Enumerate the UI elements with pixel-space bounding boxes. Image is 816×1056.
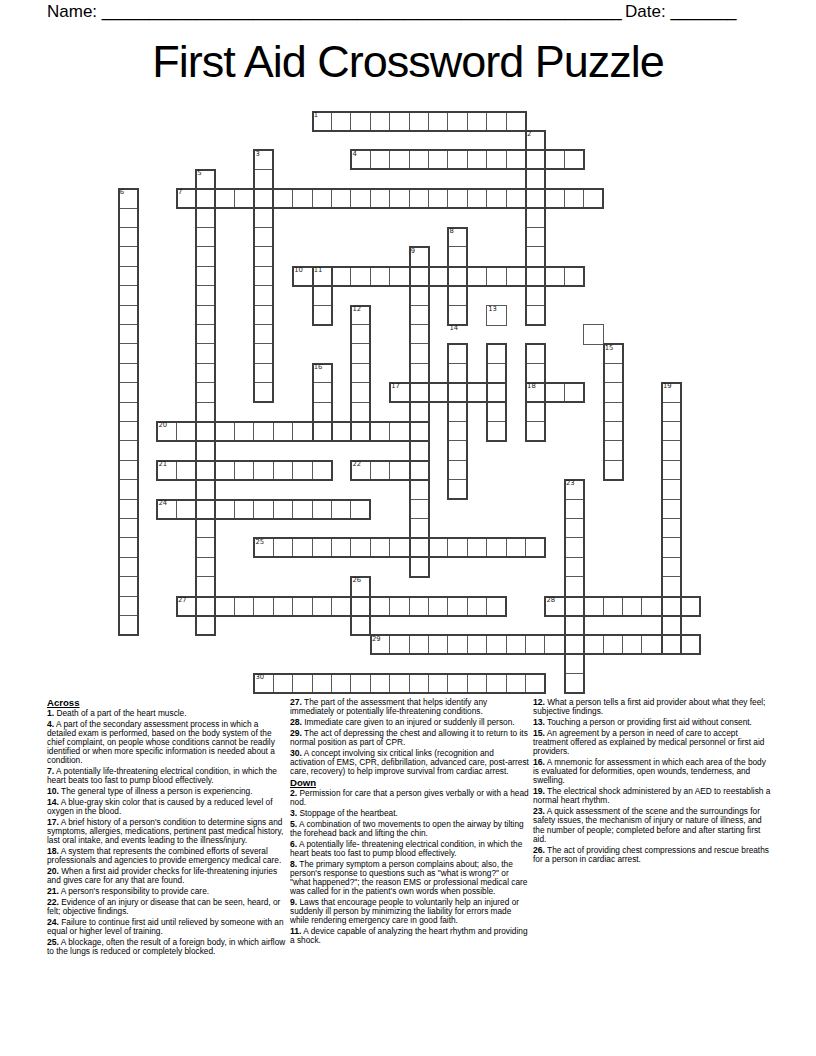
grid-cell[interactable] bbox=[118, 246, 139, 267]
grid-cell[interactable] bbox=[370, 673, 391, 694]
grid-cell[interactable] bbox=[661, 421, 682, 442]
grid-cell[interactable] bbox=[350, 673, 371, 694]
grid-cell[interactable] bbox=[409, 440, 430, 461]
grid-cell[interactable] bbox=[331, 499, 352, 520]
grid-cell[interactable] bbox=[409, 363, 430, 384]
grid-cell[interactable] bbox=[447, 402, 468, 423]
grid-cell[interactable] bbox=[564, 266, 585, 287]
grid-cell[interactable] bbox=[253, 188, 274, 209]
grid-cell[interactable] bbox=[409, 266, 430, 287]
grid-cell[interactable] bbox=[331, 421, 352, 442]
grid-cell[interactable] bbox=[525, 169, 546, 190]
grid-cell[interactable] bbox=[350, 266, 371, 287]
grid-cell[interactable] bbox=[622, 596, 643, 617]
grid-cell[interactable] bbox=[350, 596, 371, 617]
grid-cell[interactable] bbox=[389, 149, 410, 170]
grid-cell[interactable] bbox=[409, 382, 430, 403]
grid-cell[interactable] bbox=[118, 343, 139, 364]
grid-cell[interactable] bbox=[118, 537, 139, 558]
grid-cell[interactable] bbox=[253, 169, 274, 190]
grid-cell[interactable] bbox=[661, 576, 682, 597]
grid-cell[interactable] bbox=[428, 188, 449, 209]
grid-cell[interactable] bbox=[118, 460, 139, 481]
grid-cell[interactable] bbox=[661, 518, 682, 539]
grid-cell[interactable] bbox=[234, 499, 255, 520]
grid-cell[interactable] bbox=[506, 266, 527, 287]
grid-cell[interactable] bbox=[370, 421, 391, 442]
grid-cell[interactable] bbox=[234, 596, 255, 617]
grid-cell[interactable] bbox=[292, 673, 313, 694]
grid-cell[interactable] bbox=[273, 596, 294, 617]
grid-cell[interactable] bbox=[195, 460, 216, 481]
grid-cell[interactable] bbox=[195, 576, 216, 597]
grid-cell[interactable] bbox=[253, 382, 274, 403]
grid-cell[interactable] bbox=[428, 149, 449, 170]
date-blank-line[interactable]: _______ bbox=[670, 2, 736, 21]
grid-cell[interactable] bbox=[176, 499, 197, 520]
grid-cell[interactable] bbox=[447, 305, 468, 326]
grid-cell[interactable] bbox=[544, 382, 565, 403]
grid-cell[interactable] bbox=[273, 673, 294, 694]
grid-cell[interactable] bbox=[195, 596, 216, 617]
grid-cell[interactable] bbox=[409, 343, 430, 364]
grid-cell[interactable] bbox=[312, 285, 333, 306]
grid-cell[interactable] bbox=[292, 421, 313, 442]
grid-cell[interactable] bbox=[389, 382, 410, 403]
grid-cell[interactable] bbox=[486, 363, 507, 384]
grid-cell[interactable] bbox=[564, 382, 585, 403]
grid-cell[interactable] bbox=[409, 479, 430, 500]
grid-cell[interactable] bbox=[447, 266, 468, 287]
grid-cell[interactable] bbox=[447, 188, 468, 209]
grid-cell[interactable] bbox=[253, 149, 274, 170]
grid-cell[interactable] bbox=[661, 499, 682, 520]
grid-cell[interactable] bbox=[544, 266, 565, 287]
grid-cell[interactable] bbox=[195, 421, 216, 442]
grid-cell[interactable] bbox=[350, 363, 371, 384]
grid-cell[interactable] bbox=[428, 382, 449, 403]
grid-cell[interactable] bbox=[350, 615, 371, 636]
grid-cell[interactable] bbox=[118, 576, 139, 597]
grid-cell[interactable] bbox=[564, 596, 585, 617]
grid-cell[interactable] bbox=[195, 518, 216, 539]
grid-cell[interactable] bbox=[350, 402, 371, 423]
grid-cell[interactable] bbox=[195, 324, 216, 345]
grid-cell[interactable] bbox=[176, 421, 197, 442]
grid-cell[interactable] bbox=[350, 537, 371, 558]
grid-cell[interactable] bbox=[661, 557, 682, 578]
grid-cell[interactable] bbox=[641, 634, 662, 655]
grid-cell[interactable] bbox=[603, 460, 624, 481]
grid-cell[interactable] bbox=[215, 188, 236, 209]
grid-cell[interactable] bbox=[447, 479, 468, 500]
grid-cell[interactable] bbox=[506, 111, 527, 132]
grid-cell[interactable] bbox=[447, 596, 468, 617]
grid-cell[interactable] bbox=[525, 227, 546, 248]
grid-cell[interactable] bbox=[428, 111, 449, 132]
grid-cell[interactable] bbox=[253, 673, 274, 694]
grid-cell[interactable] bbox=[544, 149, 565, 170]
grid-cell[interactable] bbox=[195, 227, 216, 248]
grid-cell[interactable] bbox=[312, 402, 333, 423]
grid-cell[interactable] bbox=[370, 149, 391, 170]
grid-cell[interactable] bbox=[253, 421, 274, 442]
grid-cell[interactable] bbox=[370, 537, 391, 558]
grid-cell[interactable] bbox=[312, 382, 333, 403]
grid-cell[interactable] bbox=[195, 615, 216, 636]
grid-cell[interactable] bbox=[583, 596, 604, 617]
grid-cell[interactable] bbox=[156, 421, 177, 442]
grid-cell[interactable] bbox=[447, 440, 468, 461]
grid-cell[interactable] bbox=[486, 537, 507, 558]
grid-cell[interactable] bbox=[544, 634, 565, 655]
grid-cell[interactable] bbox=[525, 130, 546, 151]
grid-cell[interactable] bbox=[680, 596, 701, 617]
grid-cell[interactable] bbox=[118, 285, 139, 306]
grid-cell[interactable] bbox=[409, 111, 430, 132]
grid-cell[interactable] bbox=[506, 188, 527, 209]
grid-cell[interactable] bbox=[195, 208, 216, 229]
grid-cell[interactable] bbox=[525, 382, 546, 403]
grid-cell[interactable] bbox=[118, 305, 139, 326]
grid-cell[interactable] bbox=[389, 460, 410, 481]
grid-cell[interactable] bbox=[661, 615, 682, 636]
grid-cell[interactable] bbox=[118, 518, 139, 539]
grid-cell[interactable] bbox=[447, 460, 468, 481]
grid-cell[interactable] bbox=[525, 363, 546, 384]
grid-cell[interactable] bbox=[661, 402, 682, 423]
grid-cell[interactable] bbox=[525, 285, 546, 306]
grid-cell[interactable] bbox=[447, 537, 468, 558]
grid-cell[interactable] bbox=[118, 266, 139, 287]
grid-cell[interactable] bbox=[389, 188, 410, 209]
grid-cell[interactable] bbox=[564, 557, 585, 578]
grid-cell[interactable] bbox=[564, 576, 585, 597]
grid-cell[interactable] bbox=[234, 421, 255, 442]
grid-cell[interactable] bbox=[273, 188, 294, 209]
grid-cell[interactable] bbox=[409, 673, 430, 694]
grid-cell[interactable] bbox=[118, 402, 139, 423]
grid-cell[interactable] bbox=[350, 149, 371, 170]
grid-cell[interactable] bbox=[544, 596, 565, 617]
grid-cell[interactable] bbox=[389, 673, 410, 694]
grid-cell[interactable] bbox=[292, 596, 313, 617]
grid-cell[interactable] bbox=[331, 673, 352, 694]
grid-cell[interactable] bbox=[118, 499, 139, 520]
grid-cell[interactable] bbox=[409, 518, 430, 539]
grid-cell[interactable] bbox=[467, 188, 488, 209]
grid-cell[interactable] bbox=[506, 673, 527, 694]
grid-cell[interactable] bbox=[486, 673, 507, 694]
grid-cell[interactable] bbox=[428, 634, 449, 655]
grid-cell[interactable] bbox=[118, 324, 139, 345]
grid-cell[interactable] bbox=[195, 188, 216, 209]
grid-cell[interactable] bbox=[467, 537, 488, 558]
grid-cell[interactable] bbox=[389, 596, 410, 617]
grid-cell[interactable] bbox=[273, 460, 294, 481]
grid-cell[interactable] bbox=[389, 421, 410, 442]
grid-cell[interactable] bbox=[564, 673, 585, 694]
grid-cell[interactable] bbox=[195, 169, 216, 190]
grid-cell[interactable] bbox=[292, 499, 313, 520]
grid-cell[interactable] bbox=[447, 343, 468, 364]
grid-cell[interactable] bbox=[447, 382, 468, 403]
grid-cell[interactable] bbox=[603, 343, 624, 364]
grid-cell[interactable] bbox=[486, 111, 507, 132]
grid-cell[interactable] bbox=[350, 499, 371, 520]
grid-cell[interactable] bbox=[525, 188, 546, 209]
grid-cell[interactable] bbox=[312, 305, 333, 326]
grid-cell[interactable] bbox=[118, 363, 139, 384]
grid-cell[interactable] bbox=[661, 596, 682, 617]
grid-cell[interactable] bbox=[409, 537, 430, 558]
grid-cell[interactable] bbox=[195, 305, 216, 326]
grid-cell[interactable] bbox=[525, 305, 546, 326]
grid-cell[interactable] bbox=[467, 111, 488, 132]
grid-cell[interactable] bbox=[195, 402, 216, 423]
grid-cell[interactable] bbox=[118, 615, 139, 636]
grid-cell[interactable] bbox=[118, 188, 139, 209]
grid-cell[interactable] bbox=[564, 518, 585, 539]
grid-cell[interactable] bbox=[118, 208, 139, 229]
grid-cell[interactable] bbox=[409, 596, 430, 617]
grid-cell[interactable] bbox=[312, 596, 333, 617]
grid-cell[interactable] bbox=[253, 285, 274, 306]
grid-cell[interactable] bbox=[525, 537, 546, 558]
grid-cell[interactable] bbox=[215, 596, 236, 617]
grid-cell[interactable] bbox=[312, 421, 333, 442]
grid-cell[interactable] bbox=[234, 460, 255, 481]
grid-cell[interactable] bbox=[253, 305, 274, 326]
grid-cell[interactable] bbox=[350, 421, 371, 442]
grid-cell[interactable] bbox=[370, 266, 391, 287]
grid-cell[interactable] bbox=[486, 305, 507, 326]
grid-cell[interactable] bbox=[525, 343, 546, 364]
grid-cell[interactable] bbox=[506, 634, 527, 655]
grid-cell[interactable] bbox=[661, 634, 682, 655]
grid-cell[interactable] bbox=[583, 188, 604, 209]
grid-cell[interactable] bbox=[195, 499, 216, 520]
grid-cell[interactable] bbox=[680, 634, 701, 655]
grid-cell[interactable] bbox=[195, 479, 216, 500]
grid-cell[interactable] bbox=[467, 596, 488, 617]
grid-cell[interactable] bbox=[409, 634, 430, 655]
grid-cell[interactable] bbox=[486, 634, 507, 655]
grid-cell[interactable] bbox=[253, 596, 274, 617]
grid-cell[interactable] bbox=[486, 266, 507, 287]
grid-cell[interactable] bbox=[447, 285, 468, 306]
grid-cell[interactable] bbox=[253, 227, 274, 248]
grid-cell[interactable] bbox=[603, 440, 624, 461]
grid-cell[interactable] bbox=[195, 537, 216, 558]
grid-cell[interactable] bbox=[389, 111, 410, 132]
grid-cell[interactable] bbox=[564, 537, 585, 558]
grid-cell[interactable] bbox=[195, 266, 216, 287]
grid-cell[interactable] bbox=[156, 460, 177, 481]
grid-cell[interactable] bbox=[447, 227, 468, 248]
grid-cell[interactable] bbox=[661, 479, 682, 500]
grid-cell[interactable] bbox=[467, 673, 488, 694]
grid-cell[interactable] bbox=[467, 382, 488, 403]
grid-cell[interactable] bbox=[350, 305, 371, 326]
grid-cell[interactable] bbox=[292, 188, 313, 209]
grid-cell[interactable] bbox=[350, 188, 371, 209]
grid-cell[interactable] bbox=[118, 479, 139, 500]
grid-cell[interactable] bbox=[486, 421, 507, 442]
grid-cell[interactable] bbox=[506, 149, 527, 170]
grid-cell[interactable] bbox=[370, 460, 391, 481]
grid-cell[interactable] bbox=[564, 149, 585, 170]
grid-cell[interactable] bbox=[486, 402, 507, 423]
grid-cell[interactable] bbox=[409, 499, 430, 520]
grid-cell[interactable] bbox=[622, 634, 643, 655]
grid-cell[interactable] bbox=[564, 634, 585, 655]
grid-cell[interactable] bbox=[447, 634, 468, 655]
grid-cell[interactable] bbox=[195, 343, 216, 364]
grid-cell[interactable] bbox=[195, 285, 216, 306]
grid-cell[interactable] bbox=[486, 188, 507, 209]
grid-cell[interactable] bbox=[253, 324, 274, 345]
grid-cell[interactable] bbox=[525, 421, 546, 442]
grid-cell[interactable] bbox=[467, 634, 488, 655]
grid-cell[interactable] bbox=[350, 460, 371, 481]
grid-cell[interactable] bbox=[564, 188, 585, 209]
grid-cell[interactable] bbox=[525, 208, 546, 229]
grid-cell[interactable] bbox=[409, 246, 430, 267]
grid-cell[interactable] bbox=[525, 266, 546, 287]
grid-cell[interactable] bbox=[603, 634, 624, 655]
grid-cell[interactable] bbox=[118, 440, 139, 461]
grid-cell[interactable] bbox=[583, 634, 604, 655]
grid-cell[interactable] bbox=[661, 537, 682, 558]
grid-cell[interactable] bbox=[312, 499, 333, 520]
grid-cell[interactable] bbox=[661, 460, 682, 481]
grid-cell[interactable] bbox=[312, 363, 333, 384]
grid-cell[interactable] bbox=[176, 460, 197, 481]
grid-cell[interactable] bbox=[409, 460, 430, 481]
grid-cell[interactable] bbox=[370, 111, 391, 132]
grid-cell[interactable] bbox=[350, 576, 371, 597]
grid-cell[interactable] bbox=[292, 266, 313, 287]
grid-cell[interactable] bbox=[506, 537, 527, 558]
grid-cell[interactable] bbox=[253, 537, 274, 558]
grid-cell[interactable] bbox=[428, 537, 449, 558]
grid-cell[interactable] bbox=[486, 596, 507, 617]
grid-cell[interactable] bbox=[331, 266, 352, 287]
grid-cell[interactable] bbox=[486, 382, 507, 403]
grid-cell[interactable] bbox=[389, 266, 410, 287]
grid-cell[interactable] bbox=[603, 382, 624, 403]
grid-cell[interactable] bbox=[370, 596, 391, 617]
grid-cell[interactable] bbox=[312, 188, 333, 209]
grid-cell[interactable] bbox=[350, 111, 371, 132]
grid-cell[interactable] bbox=[389, 537, 410, 558]
grid-cell[interactable] bbox=[273, 421, 294, 442]
grid-cell[interactable] bbox=[603, 421, 624, 442]
grid-cell[interactable] bbox=[661, 440, 682, 461]
grid-cell[interactable] bbox=[447, 363, 468, 384]
grid-cell[interactable] bbox=[467, 266, 488, 287]
grid-cell[interactable] bbox=[603, 363, 624, 384]
grid-cell[interactable] bbox=[447, 673, 468, 694]
grid-cell[interactable] bbox=[312, 537, 333, 558]
grid-cell[interactable] bbox=[118, 557, 139, 578]
grid-cell[interactable] bbox=[253, 208, 274, 229]
grid-cell[interactable] bbox=[312, 111, 333, 132]
grid-cell[interactable] bbox=[564, 499, 585, 520]
grid-cell[interactable] bbox=[447, 111, 468, 132]
grid-cell[interactable] bbox=[661, 382, 682, 403]
grid-cell[interactable] bbox=[409, 285, 430, 306]
grid-cell[interactable] bbox=[525, 634, 546, 655]
grid-cell[interactable] bbox=[447, 246, 468, 267]
grid-cell[interactable] bbox=[156, 499, 177, 520]
grid-cell[interactable] bbox=[409, 305, 430, 326]
grid-cell[interactable] bbox=[350, 324, 371, 345]
grid-cell[interactable] bbox=[409, 149, 430, 170]
grid-cell[interactable] bbox=[583, 324, 604, 345]
grid-cell[interactable] bbox=[331, 596, 352, 617]
grid-cell[interactable] bbox=[409, 188, 430, 209]
grid-cell[interactable] bbox=[409, 421, 430, 442]
grid-cell[interactable] bbox=[195, 557, 216, 578]
grid-cell[interactable] bbox=[195, 246, 216, 267]
grid-cell[interactable] bbox=[292, 537, 313, 558]
grid-cell[interactable] bbox=[428, 673, 449, 694]
grid-cell[interactable] bbox=[195, 363, 216, 384]
grid-cell[interactable] bbox=[564, 615, 585, 636]
grid-cell[interactable] bbox=[603, 596, 624, 617]
grid-cell[interactable] bbox=[603, 402, 624, 423]
grid-cell[interactable] bbox=[447, 149, 468, 170]
grid-cell[interactable] bbox=[525, 149, 546, 170]
grid-cell[interactable] bbox=[428, 596, 449, 617]
grid-cell[interactable] bbox=[312, 673, 333, 694]
grid-cell[interactable] bbox=[486, 149, 507, 170]
name-blank-line[interactable]: ________________________________________… bbox=[102, 2, 622, 21]
grid-cell[interactable] bbox=[467, 149, 488, 170]
grid-cell[interactable] bbox=[273, 499, 294, 520]
grid-cell[interactable] bbox=[234, 188, 255, 209]
grid-cell[interactable] bbox=[409, 557, 430, 578]
grid-cell[interactable] bbox=[215, 499, 236, 520]
grid-cell[interactable] bbox=[370, 188, 391, 209]
grid-cell[interactable] bbox=[215, 460, 236, 481]
grid-cell[interactable] bbox=[118, 421, 139, 442]
grid-cell[interactable] bbox=[118, 596, 139, 617]
grid-cell[interactable] bbox=[215, 421, 236, 442]
grid-cell[interactable] bbox=[292, 460, 313, 481]
grid-cell[interactable] bbox=[331, 111, 352, 132]
grid-cell[interactable] bbox=[544, 188, 565, 209]
grid-cell[interactable] bbox=[525, 402, 546, 423]
grid-cell[interactable] bbox=[118, 382, 139, 403]
grid-cell[interactable] bbox=[486, 343, 507, 364]
grid-cell[interactable] bbox=[118, 227, 139, 248]
grid-cell[interactable] bbox=[253, 460, 274, 481]
grid-cell[interactable] bbox=[428, 266, 449, 287]
grid-cell[interactable] bbox=[176, 596, 197, 617]
grid-cell[interactable] bbox=[525, 246, 546, 267]
grid-cell[interactable] bbox=[350, 382, 371, 403]
grid-cell[interactable] bbox=[350, 343, 371, 364]
grid-cell[interactable] bbox=[409, 402, 430, 423]
grid-cell[interactable] bbox=[409, 324, 430, 345]
grid-cell[interactable] bbox=[312, 266, 333, 287]
grid-cell[interactable] bbox=[641, 596, 662, 617]
grid-cell[interactable] bbox=[525, 673, 546, 694]
grid-cell[interactable] bbox=[176, 188, 197, 209]
